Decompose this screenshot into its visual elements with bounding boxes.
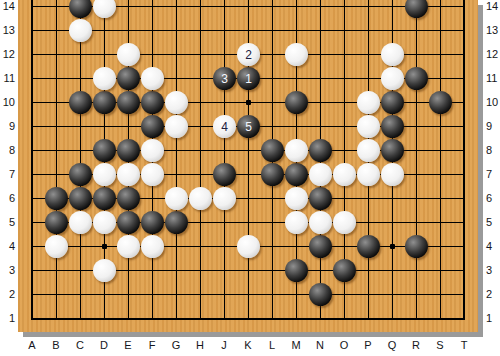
stone-black-J7 [213, 163, 236, 186]
stone-black-E8 [117, 139, 140, 162]
col-label-Q: Q [380, 339, 404, 351]
stone-black-S10 [429, 91, 452, 114]
stone-black-F5 [141, 211, 164, 234]
stone-white-M8 [285, 139, 308, 162]
stone-black-M3 [285, 259, 308, 282]
stone-white-D3 [93, 259, 116, 282]
stone-black-Q8 [381, 139, 404, 162]
row-label-left-11: 11 [0, 71, 15, 85]
stone-white-E4 [117, 235, 140, 258]
stone-black-P4 [357, 235, 380, 258]
stone-black-B5 [45, 211, 68, 234]
row-label-right-6: 6 [486, 191, 500, 205]
stone-black-C14 [69, 0, 92, 18]
col-label-K: K [236, 339, 260, 351]
row-label-right-10: 10 [486, 95, 500, 109]
stone-white-Q7 [381, 163, 404, 186]
stone-white-O5 [333, 211, 356, 234]
stone-black-D8 [93, 139, 116, 162]
stone-black-N4 [309, 235, 332, 258]
stone-black-C6 [69, 187, 92, 210]
row-label-left-10: 10 [0, 95, 15, 109]
grid-line-row-2 [31, 294, 465, 295]
stone-black-E5 [117, 211, 140, 234]
row-label-right-14: 14 [486, 0, 500, 13]
col-label-J: J [212, 339, 236, 351]
row-label-right-12: 12 [486, 47, 500, 61]
grid-line-col-G [176, 0, 177, 320]
stone-black-L7 [261, 163, 284, 186]
stone-black-M7 [285, 163, 308, 186]
stone-white-Q12 [381, 43, 404, 66]
stone-black-C7 [69, 163, 92, 186]
go-board[interactable]: 31524 [18, 0, 478, 332]
col-label-M: M [284, 339, 308, 351]
stone-white-P10 [357, 91, 380, 114]
row-label-right-5: 5 [486, 215, 500, 229]
stone-white-D11 [93, 67, 116, 90]
move-number-3: 3 [213, 67, 236, 90]
row-label-right-1: 1 [486, 311, 500, 325]
col-label-C: C [68, 339, 92, 351]
stone-white-G9 [165, 115, 188, 138]
stone-black-L8 [261, 139, 284, 162]
stone-black-N8 [309, 139, 332, 162]
row-label-left-13: 13 [0, 23, 15, 37]
row-label-right-2: 2 [486, 287, 500, 301]
grid-line-row-1 [31, 318, 465, 320]
star-point-D4 [102, 244, 107, 249]
row-label-right-7: 7 [486, 167, 500, 181]
stone-white-P9 [357, 115, 380, 138]
stone-black-G5 [165, 211, 188, 234]
stone-black-C10 [69, 91, 92, 114]
row-label-left-1: 1 [0, 311, 15, 325]
move-number-1: 1 [237, 67, 260, 90]
star-point-K10 [246, 100, 251, 105]
grid-line-row-13 [31, 30, 465, 31]
star-point-Q4 [390, 244, 395, 249]
col-label-R: R [404, 339, 428, 351]
grid-line-col-T [463, 0, 465, 320]
col-label-D: D [92, 339, 116, 351]
stone-white-P8 [357, 139, 380, 162]
stone-white-F8 [141, 139, 164, 162]
row-label-left-2: 2 [0, 287, 15, 301]
row-label-left-3: 3 [0, 263, 15, 277]
row-label-right-9: 9 [486, 119, 500, 133]
stone-white-D5 [93, 211, 116, 234]
grid-line-col-J [224, 0, 225, 320]
move-number-5: 5 [237, 115, 260, 138]
col-label-H: H [188, 339, 212, 351]
col-label-B: B [44, 339, 68, 351]
stone-white-E12 [117, 43, 140, 66]
stone-black-E10 [117, 91, 140, 114]
stone-black-D10 [93, 91, 116, 114]
row-label-left-6: 6 [0, 191, 15, 205]
stone-white-K12: 2 [237, 43, 260, 66]
col-label-F: F [140, 339, 164, 351]
stone-white-F4 [141, 235, 164, 258]
row-label-left-8: 8 [0, 143, 15, 157]
stone-white-K4 [237, 235, 260, 258]
stone-black-K9: 5 [237, 115, 260, 138]
col-label-E: E [116, 339, 140, 351]
move-number-4: 4 [213, 115, 236, 138]
stone-white-F11 [141, 67, 164, 90]
row-label-left-5: 5 [0, 215, 15, 229]
stone-black-F10 [141, 91, 164, 114]
col-label-O: O [332, 339, 356, 351]
row-label-right-4: 4 [486, 239, 500, 253]
stone-white-D7 [93, 163, 116, 186]
col-label-S: S [428, 339, 452, 351]
col-label-N: N [308, 339, 332, 351]
stone-black-N2 [309, 283, 332, 306]
stone-black-B6 [45, 187, 68, 210]
stone-white-G6 [165, 187, 188, 210]
row-label-right-3: 3 [486, 263, 500, 277]
stone-white-J9: 4 [213, 115, 236, 138]
row-label-left-14: 14 [0, 0, 15, 13]
stone-black-K11: 1 [237, 67, 260, 90]
stone-black-O3 [333, 259, 356, 282]
stone-white-M5 [285, 211, 308, 234]
stone-white-G10 [165, 91, 188, 114]
row-label-right-8: 8 [486, 143, 500, 157]
go-diagram-screen: 31524 1413121110987654321 14131211109876… [0, 0, 500, 356]
stone-black-E6 [117, 187, 140, 210]
grid-line-col-C [80, 0, 81, 320]
stone-white-B4 [45, 235, 68, 258]
stone-white-P7 [357, 163, 380, 186]
stone-black-Q10 [381, 91, 404, 114]
stone-white-Q11 [381, 67, 404, 90]
stone-black-F9 [141, 115, 164, 138]
row-label-left-9: 9 [0, 119, 15, 133]
stone-black-M10 [285, 91, 308, 114]
stone-white-J6 [213, 187, 236, 210]
col-label-L: L [260, 339, 284, 351]
col-label-P: P [356, 339, 380, 351]
stone-white-E7 [117, 163, 140, 186]
stone-white-C5 [69, 211, 92, 234]
stone-black-R14 [405, 0, 428, 18]
stone-black-Q9 [381, 115, 404, 138]
grid-line-col-S [440, 0, 441, 320]
stone-white-O7 [333, 163, 356, 186]
stone-white-N5 [309, 211, 332, 234]
stone-black-R11 [405, 67, 428, 90]
stone-white-M12 [285, 43, 308, 66]
col-label-G: G [164, 339, 188, 351]
row-label-left-12: 12 [0, 47, 15, 61]
stone-black-J11: 3 [213, 67, 236, 90]
stone-black-N6 [309, 187, 332, 210]
stone-black-D6 [93, 187, 116, 210]
stone-white-D14 [93, 0, 116, 18]
row-label-right-11: 11 [486, 71, 500, 85]
col-label-T: T [452, 339, 476, 351]
stone-white-C13 [69, 19, 92, 42]
row-label-left-4: 4 [0, 239, 15, 253]
row-label-left-7: 7 [0, 167, 15, 181]
stone-black-R4 [405, 235, 428, 258]
move-number-2: 2 [237, 43, 260, 66]
col-label-A: A [20, 339, 44, 351]
row-label-right-13: 13 [486, 23, 500, 37]
grid-line-col-H [200, 0, 201, 320]
grid-line-col-A [31, 0, 33, 320]
stone-white-M6 [285, 187, 308, 210]
stone-white-F7 [141, 163, 164, 186]
stone-white-H6 [189, 187, 212, 210]
stone-black-E11 [117, 67, 140, 90]
stone-white-N7 [309, 163, 332, 186]
grid-line-col-B [56, 0, 57, 320]
grid-line-col-R [416, 0, 417, 320]
